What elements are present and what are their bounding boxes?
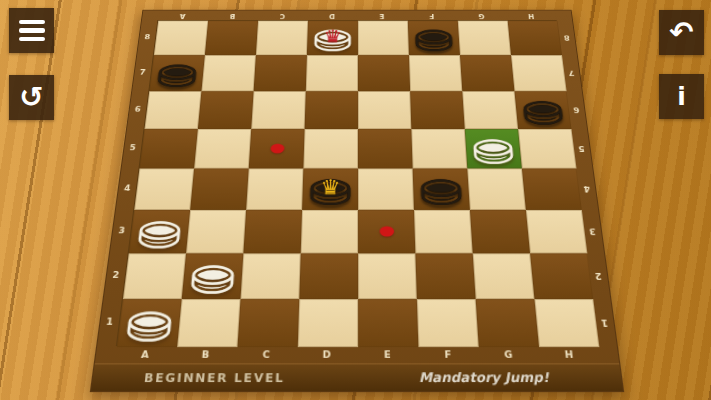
piece-black-king[interactable]: ⛂♛ xyxy=(302,168,358,209)
coordinate-label: D xyxy=(296,350,357,360)
coordinate-label: 6 xyxy=(567,105,584,112)
square-G5[interactable]: ⛂ xyxy=(464,129,521,169)
board-grid: ⛂♛⛂⛂⛂⛂⛂♛⛂⛂⛂⛂ xyxy=(115,20,597,346)
bottom-file-labels: ABCDEFGH xyxy=(113,346,600,363)
square-C8[interactable] xyxy=(255,21,307,56)
square-F1[interactable] xyxy=(416,299,478,347)
square-C4[interactable] xyxy=(246,168,303,209)
square-C5[interactable] xyxy=(248,129,304,169)
square-A1[interactable]: ⛂ xyxy=(116,299,181,347)
piece-white-man[interactable]: ⛂ xyxy=(464,129,521,169)
black-king-crown-icon: ♛ xyxy=(319,177,340,198)
square-B4[interactable] xyxy=(190,168,249,209)
coordinate-label: E xyxy=(357,350,418,360)
piece-white-man[interactable]: ⛂ xyxy=(181,253,243,299)
square-H6[interactable]: ⛂ xyxy=(514,91,571,129)
checkers-board: ABCDEFGH 87654321 ⛂♛⛂⛂⛂⛂⛂♛⛂⛂⛂⛂ 87654321 … xyxy=(89,10,623,392)
coordinate-label: B xyxy=(207,12,257,18)
coordinate-label: 2 xyxy=(106,270,125,279)
square-E6[interactable] xyxy=(357,91,410,129)
white-disc-glyph: ⛂ xyxy=(470,126,516,171)
square-F3[interactable] xyxy=(413,210,472,253)
square-B1[interactable] xyxy=(177,299,240,347)
coordinate-label: 8 xyxy=(558,34,574,41)
coordinate-label: C xyxy=(257,12,307,18)
square-E2[interactable] xyxy=(358,253,417,299)
coordinate-label: E xyxy=(357,12,407,18)
game-screen: ↺ ↶ i ABCDEFGH 87654321 ⛂♛⛂⛂⛂⛂⛂♛⛂⛂⛂⛂ 876… xyxy=(0,0,711,400)
board-front-face: BEGINNER LEVEL Mandatory Jump! xyxy=(91,363,623,391)
square-D3[interactable] xyxy=(300,210,357,253)
square-D2[interactable] xyxy=(299,253,358,299)
square-D8[interactable]: ⛂♛ xyxy=(306,21,357,56)
square-C7[interactable] xyxy=(253,55,306,91)
black-disc-glyph: ⛂ xyxy=(412,18,454,57)
square-H8[interactable] xyxy=(507,21,561,56)
coordinate-label: G xyxy=(477,350,538,360)
coordinate-label: 3 xyxy=(112,226,131,234)
white-disc-glyph: ⛂ xyxy=(187,250,237,302)
square-H2[interactable] xyxy=(530,253,593,299)
undo-button[interactable]: ↶ xyxy=(659,10,704,55)
square-A7[interactable]: ⛂ xyxy=(149,55,205,91)
black-disc-glyph: ⛂ xyxy=(519,89,566,132)
square-G1[interactable] xyxy=(475,299,538,347)
square-B8[interactable] xyxy=(204,21,257,56)
square-A6[interactable] xyxy=(144,91,201,129)
coordinate-label: 4 xyxy=(118,184,136,192)
square-H5[interactable] xyxy=(518,129,576,169)
piece-black-man[interactable]: ⛂ xyxy=(149,55,205,91)
white-king-crown-icon: ♛ xyxy=(323,28,342,45)
red-move-marker xyxy=(269,144,283,153)
square-B5[interactable] xyxy=(194,129,251,169)
black-disc-glyph: ⛂ xyxy=(418,166,464,213)
square-C6[interactable] xyxy=(251,91,306,129)
square-H4[interactable] xyxy=(521,168,581,209)
level-label: BEGINNER LEVEL xyxy=(143,370,284,384)
square-A3[interactable]: ⛂ xyxy=(128,210,189,253)
coordinate-label: F xyxy=(417,350,478,360)
coordinate-label: 1 xyxy=(99,317,119,326)
red-move-marker xyxy=(379,226,394,236)
coordinate-label: 1 xyxy=(594,317,614,326)
coordinate-label: C xyxy=(235,350,296,360)
coordinate-label: G xyxy=(456,12,506,18)
square-H1[interactable] xyxy=(534,299,599,347)
white-disc-glyph: ⛂ xyxy=(134,207,184,256)
square-G8[interactable] xyxy=(457,21,510,56)
black-disc-glyph: ⛂ xyxy=(154,53,199,94)
square-D6[interactable] xyxy=(304,91,357,129)
top-file-labels: ABCDEFGH xyxy=(157,10,556,19)
square-F2[interactable] xyxy=(415,253,475,299)
coordinate-label: A xyxy=(157,12,207,18)
coordinate-label: 5 xyxy=(123,144,141,152)
square-F7[interactable] xyxy=(408,55,461,91)
rotate-ccw-icon: ↺ xyxy=(19,83,43,112)
square-E5[interactable] xyxy=(357,129,412,169)
square-E8[interactable] xyxy=(357,21,408,56)
undo-arrow-icon: ↶ xyxy=(669,18,693,47)
square-G3[interactable] xyxy=(469,210,529,253)
coordinate-label: 4 xyxy=(577,184,595,192)
square-E4[interactable] xyxy=(357,168,413,209)
square-C2[interactable] xyxy=(240,253,300,299)
coordinate-label: 7 xyxy=(134,69,151,76)
square-A5[interactable] xyxy=(139,129,197,169)
square-E3[interactable] xyxy=(358,210,415,253)
square-D1[interactable] xyxy=(297,299,357,347)
square-G2[interactable] xyxy=(472,253,534,299)
square-G7[interactable] xyxy=(459,55,513,91)
info-icon: i xyxy=(677,84,686,109)
hamburger-icon xyxy=(19,20,45,42)
square-F4[interactable]: ⛂ xyxy=(412,168,469,209)
coordinate-label: 6 xyxy=(129,105,146,112)
square-D4[interactable]: ⛂♛ xyxy=(302,168,358,209)
coordinate-label: 7 xyxy=(562,69,579,76)
square-B7[interactable] xyxy=(201,55,255,91)
hint-message: Mandatory Jump! xyxy=(418,370,549,385)
piece-white-king[interactable]: ⛂♛ xyxy=(306,21,357,56)
square-E7[interactable] xyxy=(357,55,409,91)
restart-button[interactable]: ↺ xyxy=(9,75,54,120)
piece-black-man[interactable]: ⛂ xyxy=(412,168,469,209)
white-disc-glyph: ⛂ xyxy=(122,296,175,350)
square-C1[interactable] xyxy=(237,299,299,347)
info-button[interactable]: i xyxy=(659,74,704,119)
square-C3[interactable] xyxy=(243,210,302,253)
coordinate-label: H xyxy=(505,12,555,18)
square-H3[interactable] xyxy=(525,210,587,253)
coordinate-label: 3 xyxy=(582,226,601,234)
piece-white-man[interactable]: ⛂ xyxy=(128,210,189,253)
square-F8[interactable]: ⛂ xyxy=(407,21,459,56)
coordinate-label: 8 xyxy=(139,34,155,41)
menu-button[interactable] xyxy=(9,8,54,53)
square-E1[interactable] xyxy=(358,299,418,347)
piece-black-man[interactable]: ⛂ xyxy=(407,21,459,56)
square-B2[interactable]: ⛂ xyxy=(181,253,243,299)
square-F6[interactable] xyxy=(410,91,465,129)
coordinate-label: H xyxy=(538,350,600,360)
coordinate-label: 5 xyxy=(572,144,590,152)
piece-white-man[interactable]: ⛂ xyxy=(116,299,181,347)
piece-black-man[interactable]: ⛂ xyxy=(514,91,571,129)
square-G4[interactable] xyxy=(467,168,526,209)
coordinate-label: 2 xyxy=(588,270,607,279)
square-D7[interactable] xyxy=(305,55,357,91)
square-B6[interactable] xyxy=(197,91,253,129)
coordinate-label: B xyxy=(174,350,235,360)
